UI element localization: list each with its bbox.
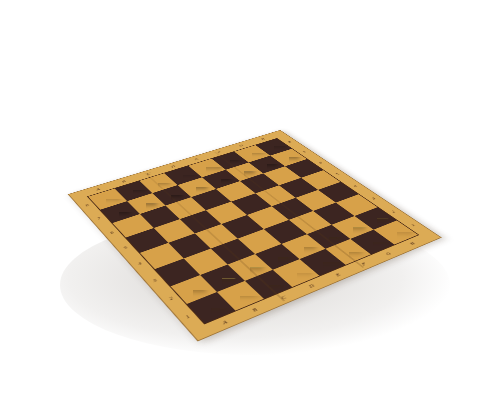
scene: AABBCCDDEEFFGGHH1122334455667788 ♜♞♟♝♟♚♟… xyxy=(112,80,382,350)
photo-canvas: AABBCCDDEEFFGGHH1122334455667788 ♜♞♟♝♟♚♟… xyxy=(0,0,500,400)
white-rook-glyph: ♜ xyxy=(184,257,237,316)
